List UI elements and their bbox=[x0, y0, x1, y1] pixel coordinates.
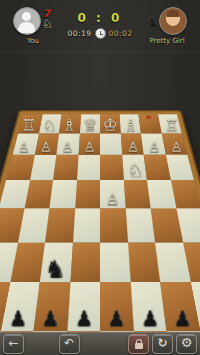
player-you-avatar[interactable] bbox=[13, 7, 41, 35]
piece-white-pawn[interactable]: ♙ bbox=[143, 141, 165, 154]
piece-white-pawn[interactable]: ♙ bbox=[35, 141, 57, 154]
chess-app-screen: 7 ♘ You 0 : 0 00:19 00:02 ♞ Pretty Girl … bbox=[0, 0, 200, 355]
score-panel: 0 : 0 00:19 00:02 bbox=[62, 7, 138, 39]
piece-white-bishop[interactable]: ♗ bbox=[120, 117, 140, 133]
piece-white-pawn[interactable]: ♙ bbox=[13, 141, 35, 154]
square-e7[interactable]: ♟ bbox=[100, 282, 133, 330]
square-d3[interactable] bbox=[77, 155, 100, 180]
square-c3[interactable] bbox=[53, 155, 78, 180]
chess-board[interactable]: ♖♘♗♕♔♗✖♖♙♙♙♙♙♙♙♘♙♞♟♟♟♟♟♟♟♟♜♝♛♚♝♞♜ bbox=[0, 111, 200, 355]
piece-white-rook[interactable]: ♖ bbox=[19, 117, 39, 133]
square-e2[interactable] bbox=[100, 133, 122, 155]
square-a6[interactable] bbox=[0, 242, 18, 282]
clock-icon bbox=[95, 28, 106, 39]
square-g5[interactable] bbox=[151, 208, 183, 242]
square-e1[interactable]: ♔ bbox=[100, 114, 120, 133]
player-you-name: You bbox=[27, 37, 39, 45]
square-h7[interactable]: ♟ bbox=[190, 282, 200, 330]
square-b2[interactable]: ♙ bbox=[34, 133, 59, 155]
square-d1[interactable]: ♕ bbox=[80, 114, 100, 133]
square-e3[interactable] bbox=[100, 155, 123, 180]
square-f5[interactable] bbox=[125, 208, 155, 242]
square-f1[interactable]: ♗ bbox=[119, 114, 141, 133]
piece-white-queen[interactable]: ♕ bbox=[80, 116, 100, 133]
square-c7[interactable]: ♟ bbox=[34, 282, 70, 330]
square-e6[interactable] bbox=[100, 242, 130, 282]
square-b3[interactable] bbox=[30, 155, 57, 180]
player-you: 7 ♘ You bbox=[4, 7, 62, 45]
piece-white-pawn[interactable]: ♙ bbox=[78, 141, 100, 154]
piece-black-pawn[interactable]: ♟ bbox=[1, 308, 34, 328]
white-knight-icon: ♘ bbox=[42, 18, 53, 30]
player-opponent: ♞ Pretty Girl bbox=[138, 7, 196, 45]
square-g4[interactable] bbox=[147, 180, 176, 209]
piece-black-pawn[interactable]: ♟ bbox=[166, 308, 199, 328]
square-h1[interactable]: ♖ bbox=[158, 114, 182, 133]
player-opponent-name: Pretty Girl bbox=[149, 37, 184, 45]
piece-white-knight[interactable]: ♘ bbox=[39, 117, 59, 133]
piece-black-knight[interactable]: ♞ bbox=[40, 257, 70, 280]
square-a2[interactable]: ♙ bbox=[13, 133, 39, 155]
square-c1[interactable]: ♗ bbox=[59, 114, 81, 133]
square-d2[interactable]: ♙ bbox=[78, 133, 100, 155]
piece-black-pawn[interactable]: ♟ bbox=[34, 308, 67, 328]
square-b1[interactable]: ♘ bbox=[39, 114, 62, 133]
back-button[interactable]: ← bbox=[3, 334, 24, 354]
piece-white-knight[interactable]: ♘ bbox=[123, 161, 146, 179]
square-d7[interactable]: ♟ bbox=[67, 282, 100, 330]
flag-badge: 7 bbox=[43, 9, 51, 18]
square-h3[interactable] bbox=[166, 155, 194, 180]
square-h6[interactable] bbox=[182, 242, 200, 282]
square-c4[interactable] bbox=[49, 180, 76, 209]
match-header: 7 ♘ You 0 : 0 00:19 00:02 ♞ Pretty Girl bbox=[0, 0, 200, 52]
square-d4[interactable] bbox=[75, 180, 100, 209]
square-e5[interactable] bbox=[100, 208, 127, 242]
match-score: 0 : 0 bbox=[78, 11, 123, 25]
piece-white-bishop[interactable]: ♗ bbox=[59, 117, 79, 133]
square-e4[interactable]: ♙ bbox=[100, 180, 125, 209]
board-area: ♖♘♗♕♔♗✖♖♙♙♙♙♙♙♙♘♙♞♟♟♟♟♟♟♟♟♜♝♛♚♝♞♜ bbox=[0, 78, 200, 318]
piece-white-rook[interactable]: ♖ bbox=[161, 117, 181, 133]
piece-black-pawn[interactable]: ♟ bbox=[199, 308, 200, 328]
piece-black-pawn[interactable]: ♟ bbox=[100, 308, 133, 328]
refresh-button[interactable]: ↻ bbox=[152, 334, 173, 354]
timer-black: 00:02 bbox=[109, 29, 133, 38]
piece-white-pawn[interactable]: ♙ bbox=[100, 192, 125, 207]
piece-black-pawn[interactable]: ♟ bbox=[67, 308, 100, 328]
timers: 00:19 00:02 bbox=[67, 28, 132, 39]
square-h4[interactable] bbox=[170, 180, 200, 209]
square-c6[interactable]: ♞ bbox=[40, 242, 73, 282]
player-opponent-avatar[interactable] bbox=[159, 7, 187, 35]
square-f3[interactable]: ♘ bbox=[122, 155, 147, 180]
settings-button[interactable]: ⚙ bbox=[176, 334, 197, 354]
move-marker: ✖ bbox=[138, 115, 158, 120]
piece-white-king[interactable]: ♔ bbox=[100, 116, 120, 133]
square-f2[interactable]: ♙ bbox=[120, 133, 143, 155]
lock-button[interactable] bbox=[128, 334, 149, 354]
piece-black-pawn[interactable]: ♟ bbox=[133, 308, 166, 328]
undo-button[interactable]: ↶ bbox=[59, 334, 80, 354]
piece-white-pawn[interactable]: ♙ bbox=[165, 141, 187, 154]
square-f4[interactable] bbox=[123, 180, 150, 209]
timer-white: 00:19 bbox=[67, 29, 91, 38]
square-f6[interactable] bbox=[127, 242, 160, 282]
square-b6[interactable] bbox=[10, 242, 45, 282]
bottom-toolbar: ← ↶ ↻ ⚙ bbox=[0, 332, 200, 355]
square-h2[interactable]: ♙ bbox=[161, 133, 187, 155]
square-c2[interactable]: ♙ bbox=[56, 133, 79, 155]
piece-white-pawn[interactable]: ♙ bbox=[57, 141, 79, 154]
square-c5[interactable] bbox=[45, 208, 75, 242]
square-d5[interactable] bbox=[73, 208, 100, 242]
square-g6[interactable] bbox=[155, 242, 190, 282]
lock-icon bbox=[135, 343, 143, 349]
piece-white-pawn[interactable]: ♙ bbox=[122, 141, 144, 154]
square-b4[interactable] bbox=[24, 180, 53, 209]
black-knight-icon: ♞ bbox=[147, 15, 158, 27]
square-d6[interactable] bbox=[70, 242, 100, 282]
